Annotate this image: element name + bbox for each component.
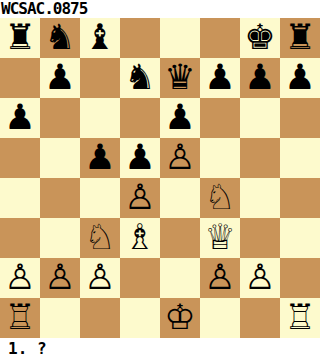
black-pawn: ♟ [44, 58, 75, 97]
square-f4[interactable]: ♘ [200, 178, 240, 218]
square-d3[interactable]: ♗ [120, 218, 160, 258]
square-a7[interactable] [0, 58, 40, 98]
square-c1[interactable] [80, 298, 120, 338]
square-d2[interactable] [120, 258, 160, 298]
black-pawn: ♟ [124, 138, 155, 177]
black-knight: ♞ [44, 18, 75, 57]
white-knight: ♘ [84, 218, 115, 257]
white-knight: ♘ [204, 178, 235, 217]
square-d5[interactable]: ♟ [120, 138, 160, 178]
square-g4[interactable] [240, 178, 280, 218]
square-c8[interactable]: ♝ [80, 18, 120, 58]
black-pawn: ♟ [244, 58, 275, 97]
square-f5[interactable] [200, 138, 240, 178]
black-knight: ♞ [124, 58, 155, 97]
white-pawn: ♙ [124, 178, 155, 217]
white-queen: ♕ [204, 218, 235, 257]
square-g2[interactable]: ♙ [240, 258, 280, 298]
square-c7[interactable] [80, 58, 120, 98]
square-a5[interactable] [0, 138, 40, 178]
white-rook: ♖ [4, 298, 35, 337]
white-king: ♔ [164, 298, 195, 337]
square-h8[interactable]: ♜ [280, 18, 320, 58]
square-h4[interactable] [280, 178, 320, 218]
black-bishop: ♝ [84, 18, 115, 57]
black-pawn: ♟ [204, 58, 235, 97]
move-prompt: 1. ? [0, 338, 320, 360]
white-pawn: ♙ [84, 258, 115, 297]
square-a3[interactable] [0, 218, 40, 258]
white-pawn: ♙ [244, 258, 275, 297]
square-e3[interactable] [160, 218, 200, 258]
square-e1[interactable]: ♔ [160, 298, 200, 338]
white-pawn: ♙ [4, 258, 35, 297]
square-f2[interactable]: ♙ [200, 258, 240, 298]
square-c5[interactable]: ♟ [80, 138, 120, 178]
square-h1[interactable]: ♖ [280, 298, 320, 338]
black-rook: ♜ [4, 18, 35, 57]
black-pawn: ♟ [4, 98, 35, 137]
square-b5[interactable] [40, 138, 80, 178]
black-pawn: ♟ [164, 98, 195, 137]
square-d1[interactable] [120, 298, 160, 338]
square-g7[interactable]: ♟ [240, 58, 280, 98]
square-e6[interactable]: ♟ [160, 98, 200, 138]
square-a8[interactable]: ♜ [0, 18, 40, 58]
square-b4[interactable] [40, 178, 80, 218]
square-c3[interactable]: ♘ [80, 218, 120, 258]
square-h6[interactable] [280, 98, 320, 138]
square-c6[interactable] [80, 98, 120, 138]
diagram-title: WCSAC.0875 [0, 0, 320, 18]
square-b3[interactable] [40, 218, 80, 258]
square-h2[interactable] [280, 258, 320, 298]
square-d7[interactable]: ♞ [120, 58, 160, 98]
square-b7[interactable]: ♟ [40, 58, 80, 98]
white-pawn: ♙ [44, 258, 75, 297]
square-d8[interactable] [120, 18, 160, 58]
black-king: ♚ [244, 18, 275, 57]
chess-board: ♜♞♝♚♜♟♞♛♟♟♟♟♟♟♟♙♙♘♘♗♕♙♙♙♙♙♖♔♖ [0, 18, 320, 338]
square-b8[interactable]: ♞ [40, 18, 80, 58]
white-pawn: ♙ [164, 138, 195, 177]
square-a4[interactable] [0, 178, 40, 218]
white-pawn: ♙ [204, 258, 235, 297]
square-c2[interactable]: ♙ [80, 258, 120, 298]
square-g6[interactable] [240, 98, 280, 138]
black-pawn: ♟ [84, 138, 115, 177]
square-c4[interactable] [80, 178, 120, 218]
square-f1[interactable] [200, 298, 240, 338]
square-a6[interactable]: ♟ [0, 98, 40, 138]
square-f3[interactable]: ♕ [200, 218, 240, 258]
square-g8[interactable]: ♚ [240, 18, 280, 58]
square-h7[interactable]: ♟ [280, 58, 320, 98]
white-rook: ♖ [284, 298, 315, 337]
square-e2[interactable] [160, 258, 200, 298]
square-d6[interactable] [120, 98, 160, 138]
chess-diagram-window: WCSAC.0875 ♜♞♝♚♜♟♞♛♟♟♟♟♟♟♟♙♙♘♘♗♕♙♙♙♙♙♖♔♖… [0, 0, 320, 360]
black-rook: ♜ [284, 18, 315, 57]
square-a1[interactable]: ♖ [0, 298, 40, 338]
square-e4[interactable] [160, 178, 200, 218]
black-pawn: ♟ [284, 58, 315, 97]
square-b2[interactable]: ♙ [40, 258, 80, 298]
black-queen: ♛ [164, 58, 195, 97]
square-h3[interactable] [280, 218, 320, 258]
white-bishop: ♗ [124, 218, 155, 257]
square-d4[interactable]: ♙ [120, 178, 160, 218]
square-f8[interactable] [200, 18, 240, 58]
square-e5[interactable]: ♙ [160, 138, 200, 178]
square-e8[interactable] [160, 18, 200, 58]
square-g5[interactable] [240, 138, 280, 178]
square-g3[interactable] [240, 218, 280, 258]
square-f7[interactable]: ♟ [200, 58, 240, 98]
square-g1[interactable] [240, 298, 280, 338]
square-f6[interactable] [200, 98, 240, 138]
square-e7[interactable]: ♛ [160, 58, 200, 98]
square-b6[interactable] [40, 98, 80, 138]
square-b1[interactable] [40, 298, 80, 338]
square-a2[interactable]: ♙ [0, 258, 40, 298]
square-h5[interactable] [280, 138, 320, 178]
